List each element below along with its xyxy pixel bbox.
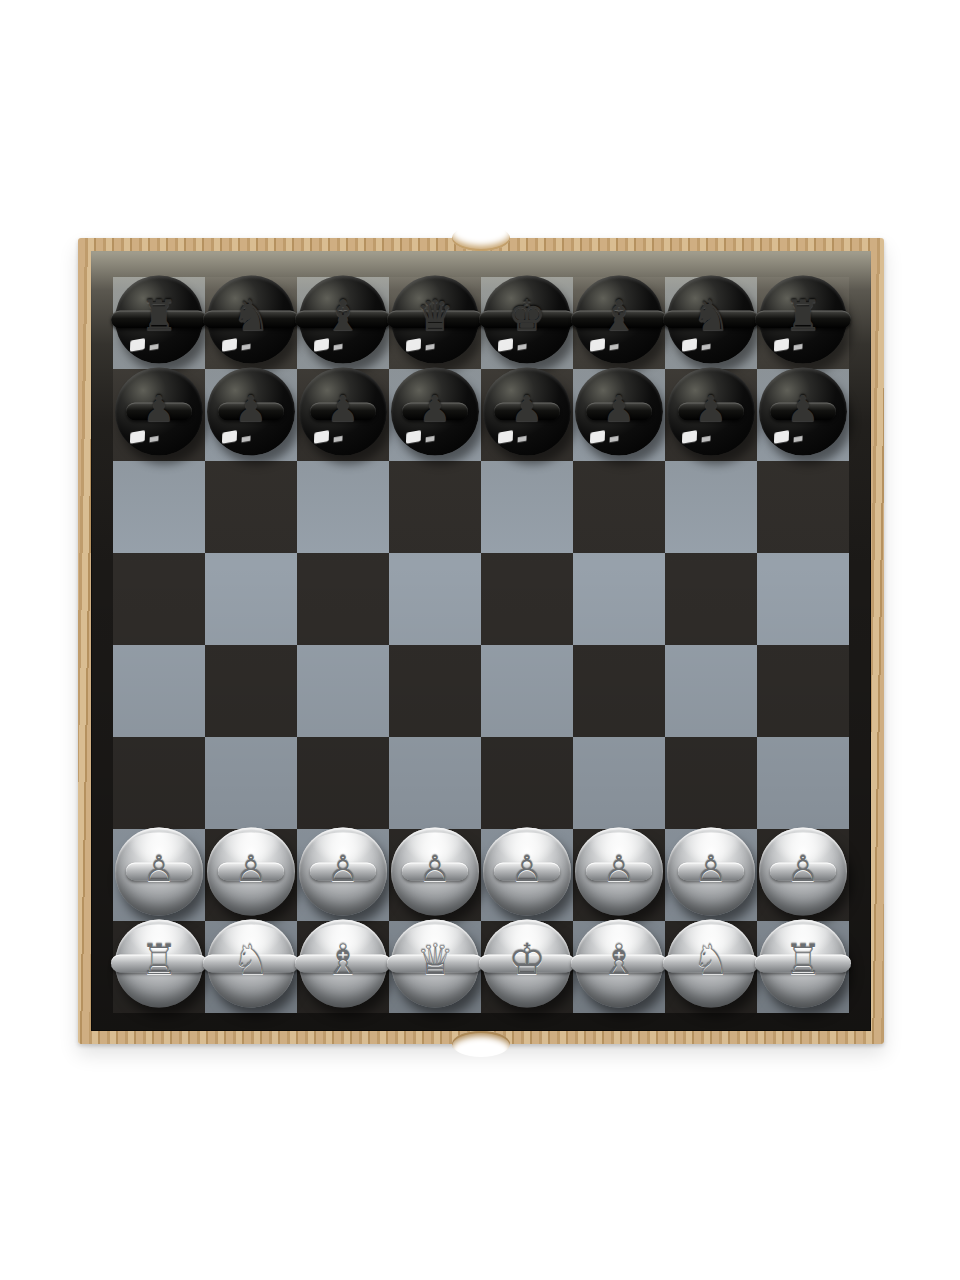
rook-icon: ♜ [759, 295, 847, 337]
cell-b8: ♞ [205, 277, 297, 369]
chess-board: ♜♞♝♛♚♝♞♜♟♟♟♟♟♟♟♟♙♙♙♙♙♙♙♙♖♘♗♕♔♗♘♖ [78, 238, 884, 1044]
pawn-icon: ♟ [299, 391, 387, 427]
cell-d1: ♕ [389, 921, 481, 1013]
black-pawn-a7[interactable]: ♟ [115, 367, 203, 455]
pawn-icon: ♙ [391, 851, 479, 887]
black-pawn-d7[interactable]: ♟ [391, 367, 479, 455]
black-pawn-f7[interactable]: ♟ [575, 367, 663, 455]
cell-d7: ♟ [389, 369, 481, 461]
finger-notch-top[interactable] [452, 225, 510, 251]
king-icon: ♚ [483, 295, 571, 337]
cell-h4 [757, 645, 849, 737]
bishop-icon: ♗ [575, 939, 663, 981]
rook-icon: ♖ [759, 939, 847, 981]
cell-d8: ♛ [389, 277, 481, 369]
black-rook-a8[interactable]: ♜ [115, 275, 203, 363]
cell-e1: ♔ [481, 921, 573, 1013]
pawn-icon: ♟ [115, 391, 203, 427]
cell-c8: ♝ [297, 277, 389, 369]
black-pawn-e7[interactable]: ♟ [483, 367, 571, 455]
cell-h3 [757, 737, 849, 829]
cell-h2: ♙ [757, 829, 849, 921]
cell-g2: ♙ [665, 829, 757, 921]
cell-g5 [665, 553, 757, 645]
cell-d4 [389, 645, 481, 737]
cell-h7: ♟ [757, 369, 849, 461]
cell-g7: ♟ [665, 369, 757, 461]
cell-h6 [757, 461, 849, 553]
cell-h8: ♜ [757, 277, 849, 369]
cell-c5 [297, 553, 389, 645]
bishop-icon: ♗ [299, 939, 387, 981]
cell-b7: ♟ [205, 369, 297, 461]
white-knight-b1[interactable]: ♘ [207, 919, 295, 1007]
cell-c1: ♗ [297, 921, 389, 1013]
black-pawn-c7[interactable]: ♟ [299, 367, 387, 455]
white-bishop-f1[interactable]: ♗ [575, 919, 663, 1007]
black-pawn-g7[interactable]: ♟ [667, 367, 755, 455]
black-king-e8[interactable]: ♚ [483, 275, 571, 363]
pawn-icon: ♙ [667, 851, 755, 887]
white-bishop-c1[interactable]: ♗ [299, 919, 387, 1007]
cell-b1: ♘ [205, 921, 297, 1013]
white-rook-h1[interactable]: ♖ [759, 919, 847, 1007]
cell-c4 [297, 645, 389, 737]
cell-g3 [665, 737, 757, 829]
cell-e4 [481, 645, 573, 737]
white-pawn-e2[interactable]: ♙ [483, 827, 571, 915]
white-pawn-b2[interactable]: ♙ [207, 827, 295, 915]
finger-notch-bottom[interactable] [452, 1031, 510, 1057]
cell-a8: ♜ [113, 277, 205, 369]
queen-icon: ♕ [391, 939, 479, 981]
cell-f7: ♟ [573, 369, 665, 461]
bishop-icon: ♝ [299, 295, 387, 337]
knight-icon: ♘ [667, 939, 755, 981]
pawn-icon: ♟ [575, 391, 663, 427]
cell-g8: ♞ [665, 277, 757, 369]
cell-e6 [481, 461, 573, 553]
white-pawn-f2[interactable]: ♙ [575, 827, 663, 915]
pawn-icon: ♙ [299, 851, 387, 887]
white-knight-g1[interactable]: ♘ [667, 919, 755, 1007]
pieces-layer: ♜♞♝♛♚♝♞♜♟♟♟♟♟♟♟♟♙♙♙♙♙♙♙♙♖♘♗♕♔♗♘♖ [113, 277, 849, 1013]
cell-d6 [389, 461, 481, 553]
pawn-icon: ♙ [115, 851, 203, 887]
knight-icon: ♘ [207, 939, 295, 981]
cell-e8: ♚ [481, 277, 573, 369]
black-knight-g8[interactable]: ♞ [667, 275, 755, 363]
white-pawn-c2[interactable]: ♙ [299, 827, 387, 915]
cell-a3 [113, 737, 205, 829]
white-pawn-h2[interactable]: ♙ [759, 827, 847, 915]
cell-f6 [573, 461, 665, 553]
cell-e7: ♟ [481, 369, 573, 461]
cell-a7: ♟ [113, 369, 205, 461]
white-pawn-g2[interactable]: ♙ [667, 827, 755, 915]
pawn-icon: ♙ [207, 851, 295, 887]
cell-g1: ♘ [665, 921, 757, 1013]
cell-d3 [389, 737, 481, 829]
cell-h5 [757, 553, 849, 645]
cell-f3 [573, 737, 665, 829]
cell-a5 [113, 553, 205, 645]
cell-c3 [297, 737, 389, 829]
black-pawn-b7[interactable]: ♟ [207, 367, 295, 455]
cell-c7: ♟ [297, 369, 389, 461]
rook-icon: ♖ [115, 939, 203, 981]
cell-f4 [573, 645, 665, 737]
cell-f8: ♝ [573, 277, 665, 369]
white-rook-a1[interactable]: ♖ [115, 919, 203, 1007]
knight-icon: ♞ [667, 295, 755, 337]
cell-d5 [389, 553, 481, 645]
board-surface: ♜♞♝♛♚♝♞♜♟♟♟♟♟♟♟♟♙♙♙♙♙♙♙♙♖♘♗♕♔♗♘♖ [91, 251, 871, 1031]
cell-a6 [113, 461, 205, 553]
pawn-icon: ♟ [759, 391, 847, 427]
cell-g4 [665, 645, 757, 737]
cell-b4 [205, 645, 297, 737]
cell-a1: ♖ [113, 921, 205, 1013]
cell-f5 [573, 553, 665, 645]
black-queen-d8[interactable]: ♛ [391, 275, 479, 363]
knight-icon: ♞ [207, 295, 295, 337]
cell-b5 [205, 553, 297, 645]
cell-a4 [113, 645, 205, 737]
cell-a2: ♙ [113, 829, 205, 921]
white-pawn-d2[interactable]: ♙ [391, 827, 479, 915]
cell-c6 [297, 461, 389, 553]
black-bishop-f8[interactable]: ♝ [575, 275, 663, 363]
cell-e5 [481, 553, 573, 645]
cell-b3 [205, 737, 297, 829]
black-pawn-h7[interactable]: ♟ [759, 367, 847, 455]
king-icon: ♔ [483, 939, 571, 981]
pawn-icon: ♙ [575, 851, 663, 887]
pawn-icon: ♙ [759, 851, 847, 887]
white-king-e1[interactable]: ♔ [483, 919, 571, 1007]
pawn-icon: ♙ [483, 851, 571, 887]
cell-c2: ♙ [297, 829, 389, 921]
pawn-icon: ♟ [207, 391, 295, 427]
cell-h1: ♖ [757, 921, 849, 1013]
pawn-icon: ♟ [667, 391, 755, 427]
cell-d2: ♙ [389, 829, 481, 921]
black-rook-h8[interactable]: ♜ [759, 275, 847, 363]
cell-f1: ♗ [573, 921, 665, 1013]
rook-icon: ♜ [115, 295, 203, 337]
white-pawn-a2[interactable]: ♙ [115, 827, 203, 915]
cell-b6 [205, 461, 297, 553]
white-queen-d1[interactable]: ♕ [391, 919, 479, 1007]
cell-g6 [665, 461, 757, 553]
cell-b2: ♙ [205, 829, 297, 921]
bishop-icon: ♝ [575, 295, 663, 337]
pawn-icon: ♟ [391, 391, 479, 427]
black-knight-b8[interactable]: ♞ [207, 275, 295, 363]
cell-e3 [481, 737, 573, 829]
cell-e2: ♙ [481, 829, 573, 921]
black-bishop-c8[interactable]: ♝ [299, 275, 387, 363]
pawn-icon: ♟ [483, 391, 571, 427]
cell-f2: ♙ [573, 829, 665, 921]
queen-icon: ♛ [391, 295, 479, 337]
